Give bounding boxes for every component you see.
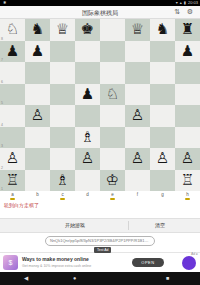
piece-B-c1[interactable]: ♗ xyxy=(56,173,69,188)
square-h2[interactable]: ♙ xyxy=(175,148,200,170)
square-d2[interactable]: ♙ xyxy=(75,148,100,170)
square-f3[interactable] xyxy=(125,127,150,149)
square-g5[interactable] xyxy=(150,84,175,106)
square-h5[interactable] xyxy=(175,84,200,106)
square-g6[interactable] xyxy=(150,62,175,84)
piece-P-f4[interactable]: ♙ xyxy=(131,108,144,123)
android-nav-bar: ◀ ● ■ xyxy=(0,272,200,285)
square-e4[interactable] xyxy=(100,105,125,127)
square-e7[interactable] xyxy=(100,41,125,63)
square-e3[interactable] xyxy=(100,127,125,149)
square-f5[interactable] xyxy=(125,84,150,106)
square-c8[interactable]: ♕ xyxy=(50,19,75,41)
square-d1[interactable] xyxy=(75,170,100,192)
piece-p-a7[interactable]: ♟ xyxy=(6,44,19,59)
ad-headline[interactable]: Ways to make money online xyxy=(22,256,89,262)
file-label-c: c xyxy=(50,191,75,198)
square-b2[interactable] xyxy=(25,148,50,170)
piece-P-b4[interactable]: ♙ xyxy=(31,108,44,123)
nav-recents-button[interactable]: ■ xyxy=(166,272,169,285)
square-b5[interactable] xyxy=(25,84,50,106)
square-f7[interactable] xyxy=(125,41,150,63)
square-c1[interactable]: ♗ xyxy=(50,170,75,192)
square-b3[interactable] xyxy=(25,127,50,149)
piece-P-f2[interactable]: ♙ xyxy=(131,151,144,166)
square-e2[interactable] xyxy=(100,148,125,170)
piece-p-h7[interactable]: ♟ xyxy=(181,44,194,59)
square-a8[interactable]: ♘8 xyxy=(0,19,25,41)
fen-input[interactable]: NnQk1Qnr/pp5p/8/3pN3/1P3P2/3B4/P2P1PPP/R… xyxy=(45,236,155,246)
square-f4[interactable]: ♙ xyxy=(125,105,150,127)
start-game-button[interactable]: 开始游戏 xyxy=(25,219,125,232)
piece-R-a1[interactable]: ♖ xyxy=(6,173,19,188)
ad-open-button[interactable]: OPEN xyxy=(132,258,164,267)
square-d3[interactable]: ♗ xyxy=(75,127,100,149)
square-g4[interactable] xyxy=(150,105,175,127)
piece-R-h1[interactable]: ♖ xyxy=(181,173,194,188)
piece-B-d3[interactable]: ♗ xyxy=(81,130,94,145)
piece-P-d2[interactable]: ♙ xyxy=(81,151,94,166)
square-c4[interactable] xyxy=(50,105,75,127)
piece-Q-f8[interactable]: ♕ xyxy=(131,22,144,37)
square-d7[interactable] xyxy=(75,41,100,63)
square-a6[interactable]: 6 xyxy=(0,62,25,84)
square-c3[interactable] xyxy=(50,127,75,149)
square-g3[interactable] xyxy=(150,127,175,149)
piece-Q-c8[interactable]: ♕ xyxy=(56,22,69,37)
piece-r-h8[interactable]: ♜ xyxy=(181,22,194,37)
square-g8[interactable]: ♞ xyxy=(150,19,175,41)
square-c6[interactable] xyxy=(50,62,75,84)
nav-back-button[interactable]: ◀ xyxy=(24,272,28,285)
test-ad-badge: Test Ad xyxy=(94,247,111,253)
file-label-g: g xyxy=(150,191,175,198)
square-g2[interactable]: ♙ xyxy=(150,148,175,170)
piece-p-d5[interactable]: ♟ xyxy=(81,87,94,102)
file-label-e: e xyxy=(100,191,125,198)
square-h1[interactable]: ♖ xyxy=(175,170,200,192)
square-e1[interactable]: ♔ xyxy=(100,170,125,192)
page-title: 国际象棋残局 xyxy=(0,9,200,18)
square-h4[interactable] xyxy=(175,105,200,127)
square-h7[interactable]: ♟ xyxy=(175,41,200,63)
nav-home-button[interactable]: ● xyxy=(73,272,76,285)
square-e8[interactable] xyxy=(100,19,125,41)
square-d5[interactable]: ♟ xyxy=(75,84,100,106)
button-divider xyxy=(128,221,129,230)
square-d6[interactable] xyxy=(75,62,100,84)
square-b1[interactable] xyxy=(25,170,50,192)
app-bar: 国际象棋残局 ⇅ ⚙ xyxy=(0,6,200,19)
square-g7[interactable] xyxy=(150,41,175,63)
flip-board-icon[interactable]: ⇅ xyxy=(174,8,180,16)
file-label-b: b xyxy=(25,191,50,198)
piece-N-e5[interactable]: ♘ xyxy=(106,87,119,102)
file-label-f: f xyxy=(125,191,150,198)
file-label-d: d xyxy=(75,191,100,198)
ad-subtext: Get money & 10% improve extra cash onlin… xyxy=(22,264,91,268)
square-a1[interactable]: ♖1 xyxy=(0,170,25,192)
square-c7[interactable] xyxy=(50,41,75,63)
square-f2[interactable]: ♙ xyxy=(125,148,150,170)
file-marker-c xyxy=(60,198,65,200)
piece-n-g8[interactable]: ♞ xyxy=(156,22,169,37)
square-d4[interactable] xyxy=(75,105,100,127)
piece-k-d8[interactable]: ♚ xyxy=(81,22,94,37)
ad-banner[interactable]: $ Ways to make money online Get money & … xyxy=(0,252,200,272)
action-bar: 开始游戏 清空 xyxy=(0,218,200,233)
square-f8[interactable]: ♕ xyxy=(125,19,150,41)
square-b8[interactable]: ♞ xyxy=(25,19,50,41)
piece-P-h2[interactable]: ♙ xyxy=(181,151,194,166)
square-a4[interactable]: 4 xyxy=(0,105,25,127)
file-label-h: h xyxy=(175,191,200,198)
square-a2[interactable]: ♙2 xyxy=(0,148,25,170)
ad-app-icon[interactable]: $ xyxy=(3,255,18,270)
file-label-a: a xyxy=(0,191,25,198)
square-f6[interactable] xyxy=(125,62,150,84)
square-g1[interactable] xyxy=(150,170,175,192)
square-h3[interactable] xyxy=(175,127,200,149)
square-b7[interactable]: ♟ xyxy=(25,41,50,63)
square-e6[interactable] xyxy=(100,62,125,84)
square-b4[interactable]: ♙ xyxy=(25,105,50,127)
settings-icon[interactable]: ⚙ xyxy=(187,8,193,16)
piece-p-b7[interactable]: ♟ xyxy=(31,44,44,59)
square-c5[interactable] xyxy=(50,84,75,106)
ad-purple-circle[interactable] xyxy=(182,256,196,270)
file-marker-a xyxy=(10,198,15,200)
adchoices-icon[interactable]: Ad ▸ xyxy=(191,252,198,256)
square-a7[interactable]: ♟7 xyxy=(0,41,25,63)
square-b6[interactable] xyxy=(25,62,50,84)
square-e5[interactable]: ♘ xyxy=(100,84,125,106)
clear-board-button[interactable]: 清空 xyxy=(135,219,185,232)
piece-n-b8[interactable]: ♞ xyxy=(31,22,44,37)
square-h8[interactable]: ♜ xyxy=(175,19,200,41)
square-d8[interactable]: ♚ xyxy=(75,19,100,41)
piece-N-a8[interactable]: ♘ xyxy=(6,22,19,37)
square-a5[interactable]: 5 xyxy=(0,84,25,106)
square-f1[interactable] xyxy=(125,170,150,192)
file-marker-h xyxy=(185,198,190,200)
file-marker-e xyxy=(110,198,115,200)
chess-board[interactable]: ♘8♞♕♚♕♞♜♟7♟♟65♟♘4♙♙3♗♙2♙♙♙♙♖1♗♔♖ xyxy=(0,19,200,191)
file-labels: abcdefgh xyxy=(0,191,200,198)
piece-K-e1[interactable]: ♔ xyxy=(106,173,119,188)
square-c2[interactable] xyxy=(50,148,75,170)
piece-P-g2[interactable]: ♙ xyxy=(156,151,169,166)
turn-status-text: 轮到白方走棋了 xyxy=(4,202,39,208)
piece-P-a2[interactable]: ♙ xyxy=(6,151,19,166)
square-h6[interactable] xyxy=(175,62,200,84)
square-a3[interactable]: 3 xyxy=(0,127,25,149)
